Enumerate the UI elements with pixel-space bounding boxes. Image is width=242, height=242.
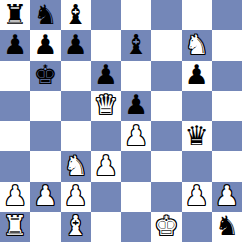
square-a8[interactable]: ♜ [0, 0, 30, 30]
square-h2[interactable]: ♟ [212, 182, 242, 212]
square-f1[interactable]: ♚ [151, 212, 181, 242]
square-f8[interactable] [151, 0, 181, 30]
square-c1[interactable]: ♝ [61, 212, 91, 242]
square-h6[interactable] [212, 61, 242, 91]
piece-black-knight[interactable]: ♞ [215, 212, 239, 239]
piece-black-queen[interactable]: ♛ [185, 122, 209, 149]
square-h8[interactable] [212, 0, 242, 30]
square-b6[interactable]: ♚ [30, 61, 60, 91]
piece-black-pawn[interactable]: ♟ [94, 61, 118, 88]
square-e8[interactable] [121, 0, 151, 30]
square-e2[interactable] [121, 182, 151, 212]
square-c7[interactable]: ♟ [61, 30, 91, 60]
square-f3[interactable] [151, 151, 181, 181]
square-a1[interactable]: ♜ [0, 212, 30, 242]
square-b3[interactable] [30, 151, 60, 181]
piece-black-pawn[interactable]: ♟ [185, 61, 209, 88]
square-g3[interactable] [182, 151, 212, 181]
square-e1[interactable] [121, 212, 151, 242]
piece-black-pawn[interactable]: ♟ [3, 31, 27, 58]
square-d7[interactable] [91, 30, 121, 60]
chess-board: ♜♞♝♟♟♟♝♞♚♟♟♛♟♟♛♞♟♟♟♟♟♟♜♝♚♞ [0, 0, 242, 242]
square-e3[interactable] [121, 151, 151, 181]
square-c2[interactable]: ♟ [61, 182, 91, 212]
square-g5[interactable] [182, 91, 212, 121]
square-h5[interactable] [212, 91, 242, 121]
square-c8[interactable]: ♝ [61, 0, 91, 30]
piece-black-pawn[interactable]: ♟ [124, 91, 148, 118]
square-c6[interactable] [61, 61, 91, 91]
square-a7[interactable]: ♟ [0, 30, 30, 60]
piece-white-king[interactable]: ♚ [154, 212, 178, 239]
square-f4[interactable] [151, 121, 181, 151]
square-a2[interactable]: ♟ [0, 182, 30, 212]
piece-white-bishop[interactable]: ♝ [64, 212, 88, 239]
piece-white-rook[interactable]: ♜ [3, 212, 27, 239]
square-c4[interactable] [61, 121, 91, 151]
piece-black-knight[interactable]: ♞ [33, 1, 57, 28]
piece-white-pawn[interactable]: ♟ [3, 182, 27, 209]
square-e7[interactable]: ♝ [121, 30, 151, 60]
piece-white-pawn[interactable]: ♟ [124, 122, 148, 149]
square-f7[interactable] [151, 30, 181, 60]
piece-white-pawn[interactable]: ♟ [94, 152, 118, 179]
square-g1[interactable] [182, 212, 212, 242]
piece-black-pawn[interactable]: ♟ [33, 31, 57, 58]
square-g7[interactable]: ♞ [182, 30, 212, 60]
piece-white-knight[interactable]: ♞ [64, 152, 88, 179]
square-h7[interactable] [212, 30, 242, 60]
piece-white-pawn[interactable]: ♟ [33, 182, 57, 209]
square-g8[interactable] [182, 0, 212, 30]
square-a4[interactable] [0, 121, 30, 151]
square-d5[interactable]: ♛ [91, 91, 121, 121]
piece-black-pawn[interactable]: ♟ [64, 31, 88, 58]
square-b4[interactable] [30, 121, 60, 151]
piece-black-bishop[interactable]: ♝ [64, 1, 88, 28]
square-e5[interactable]: ♟ [121, 91, 151, 121]
square-c3[interactable]: ♞ [61, 151, 91, 181]
square-d3[interactable]: ♟ [91, 151, 121, 181]
square-h1[interactable]: ♞ [212, 212, 242, 242]
piece-white-pawn[interactable]: ♟ [64, 182, 88, 209]
square-c5[interactable] [61, 91, 91, 121]
square-d8[interactable] [91, 0, 121, 30]
piece-white-queen[interactable]: ♛ [94, 91, 118, 118]
square-a3[interactable] [0, 151, 30, 181]
square-b2[interactable]: ♟ [30, 182, 60, 212]
square-b7[interactable]: ♟ [30, 30, 60, 60]
square-d6[interactable]: ♟ [91, 61, 121, 91]
square-f2[interactable] [151, 182, 181, 212]
square-g2[interactable]: ♟ [182, 182, 212, 212]
square-f6[interactable] [151, 61, 181, 91]
square-b8[interactable]: ♞ [30, 0, 60, 30]
square-g4[interactable]: ♛ [182, 121, 212, 151]
piece-white-pawn[interactable]: ♟ [215, 182, 239, 209]
square-e4[interactable]: ♟ [121, 121, 151, 151]
piece-black-rook[interactable]: ♜ [3, 1, 27, 28]
square-d2[interactable] [91, 182, 121, 212]
piece-black-king[interactable]: ♚ [33, 61, 57, 88]
square-h4[interactable] [212, 121, 242, 151]
square-d1[interactable] [91, 212, 121, 242]
square-f5[interactable] [151, 91, 181, 121]
square-d4[interactable] [91, 121, 121, 151]
square-a5[interactable] [0, 91, 30, 121]
square-b5[interactable] [30, 91, 60, 121]
square-b1[interactable] [30, 212, 60, 242]
square-a6[interactable] [0, 61, 30, 91]
piece-white-pawn[interactable]: ♟ [185, 182, 209, 209]
square-g6[interactable]: ♟ [182, 61, 212, 91]
square-h3[interactable] [212, 151, 242, 181]
piece-black-bishop[interactable]: ♝ [124, 31, 148, 58]
piece-white-knight[interactable]: ♞ [185, 31, 209, 58]
square-e6[interactable] [121, 61, 151, 91]
